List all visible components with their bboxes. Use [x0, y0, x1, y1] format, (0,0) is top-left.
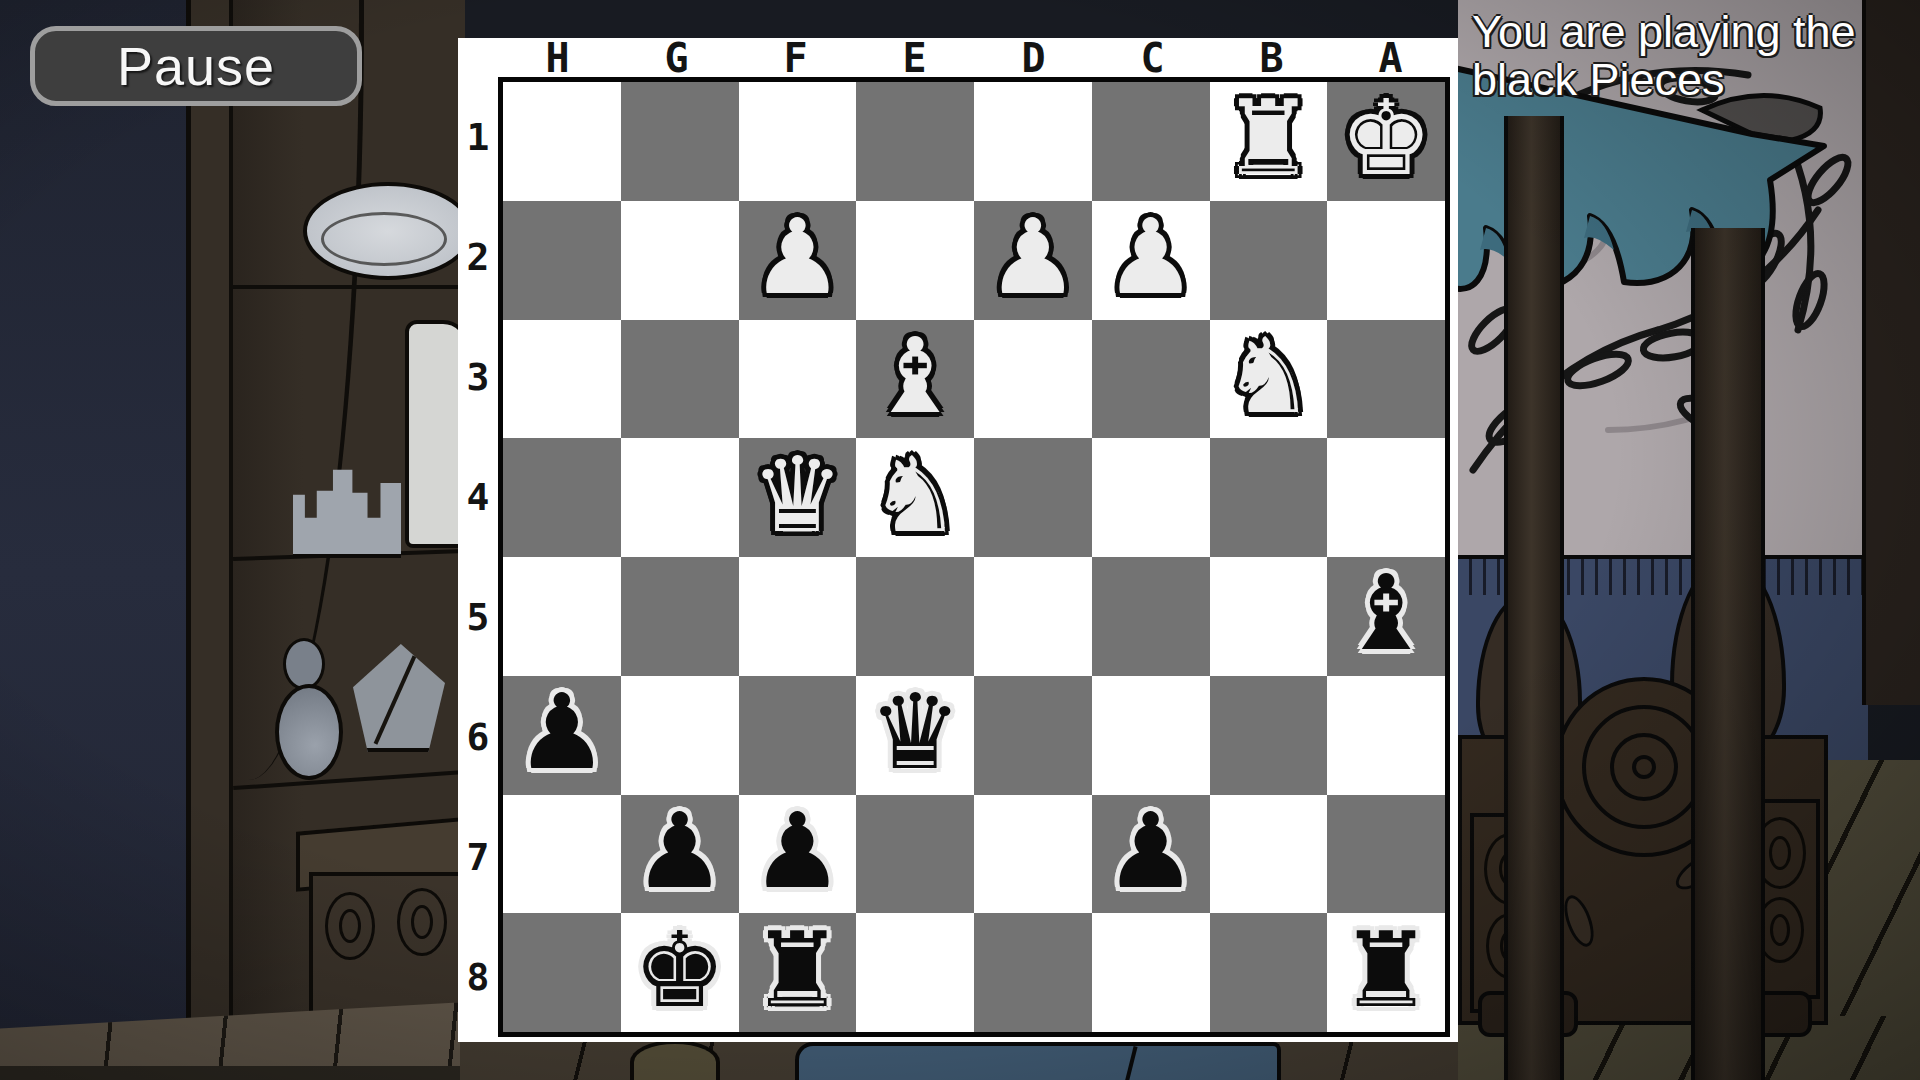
square-h1[interactable]	[503, 82, 621, 201]
rank-label-6: 6	[458, 677, 498, 797]
square-c5[interactable]	[1092, 557, 1210, 676]
square-d2[interactable]: ♟	[974, 201, 1092, 320]
black-rook-f8[interactable]: ♜	[751, 918, 844, 1022]
square-h2[interactable]	[503, 201, 621, 320]
square-f3[interactable]	[739, 320, 857, 439]
black-pawn-g7[interactable]: ♟	[633, 799, 726, 903]
square-d5[interactable]	[974, 557, 1092, 676]
sack	[630, 1040, 720, 1080]
white-queen-f4[interactable]: ♛	[751, 443, 844, 547]
plate	[303, 182, 473, 280]
large-sphere	[275, 684, 343, 780]
file-label-F: F	[736, 38, 855, 77]
board-grid: ♜♚♟♟♟♝♞♛♞♝♟♛♟♟♟♚♜♜	[498, 77, 1450, 1037]
square-d7[interactable]	[974, 795, 1092, 914]
square-e1[interactable]	[856, 82, 974, 201]
square-h3[interactable]	[503, 320, 621, 439]
square-g7[interactable]: ♟	[621, 795, 739, 914]
square-b2[interactable]	[1210, 201, 1328, 320]
white-pawn-d2[interactable]: ♟	[986, 205, 1079, 309]
side-message-line1: You are playing the	[1472, 8, 1920, 56]
black-pawn-c7[interactable]: ♟	[1104, 799, 1197, 903]
square-g8[interactable]: ♚	[621, 913, 739, 1032]
carved-oval-inner	[339, 909, 361, 943]
pause-button[interactable]: Pause	[30, 26, 362, 106]
square-d1[interactable]	[974, 82, 1092, 201]
square-f6[interactable]	[739, 676, 857, 795]
rank-label-4: 4	[458, 437, 498, 557]
file-label-G: G	[617, 38, 736, 77]
square-a4[interactable]	[1327, 438, 1445, 557]
white-rook-b1[interactable]: ♜	[1222, 86, 1315, 190]
chess-board: HGFEDCBA 12345678 ♜♚♟♟♟♝♞♛♞♝♟♛♟♟♟♚♜♜	[458, 38, 1458, 1042]
square-f5[interactable]	[739, 557, 857, 676]
carved-ring	[1632, 755, 1656, 779]
white-pawn-c2[interactable]: ♟	[1104, 205, 1197, 309]
square-e3[interactable]: ♝	[856, 320, 974, 439]
polyhedron-facet-line	[374, 655, 417, 744]
black-queen-e6[interactable]: ♛	[869, 680, 962, 784]
square-a3[interactable]	[1327, 320, 1445, 439]
square-g1[interactable]	[621, 82, 739, 201]
carved-oval	[397, 888, 447, 956]
square-e2[interactable]	[856, 201, 974, 320]
polyhedron-object	[353, 644, 445, 752]
square-e5[interactable]	[856, 557, 974, 676]
square-h7[interactable]	[503, 795, 621, 914]
file-label-C: C	[1093, 38, 1212, 77]
square-c2[interactable]: ♟	[1092, 201, 1210, 320]
square-f7[interactable]: ♟	[739, 795, 857, 914]
carved-petal	[1558, 892, 1599, 951]
square-a2[interactable]	[1327, 201, 1445, 320]
cabinet	[186, 0, 465, 1040]
square-f2[interactable]: ♟	[739, 201, 857, 320]
square-c8[interactable]	[1092, 913, 1210, 1032]
plate-rim	[321, 212, 447, 266]
rank-label-2: 2	[458, 197, 498, 317]
square-a8[interactable]: ♜	[1327, 913, 1445, 1032]
square-b5[interactable]	[1210, 557, 1328, 676]
file-label-D: D	[974, 38, 1093, 77]
square-b3[interactable]: ♞	[1210, 320, 1328, 439]
square-e7[interactable]	[856, 795, 974, 914]
square-b8[interactable]	[1210, 913, 1328, 1032]
side-table-front	[309, 872, 463, 1020]
square-d3[interactable]	[974, 320, 1092, 439]
white-pawn-f2[interactable]: ♟	[751, 205, 844, 309]
floor-below-board	[460, 1038, 1465, 1080]
white-bishop-e3[interactable]: ♝	[869, 324, 962, 428]
square-e6[interactable]: ♛	[856, 676, 974, 795]
square-c1[interactable]	[1092, 82, 1210, 201]
file-label-H: H	[498, 38, 617, 77]
file-labels: HGFEDCBA	[498, 38, 1450, 77]
square-a6[interactable]	[1327, 676, 1445, 795]
rank-labels: 12345678	[458, 77, 498, 1037]
bed-area	[1458, 0, 1920, 1080]
carved-oval-inner	[411, 905, 433, 939]
bedpost	[1504, 116, 1564, 1080]
square-b6[interactable]	[1210, 676, 1328, 795]
square-g4[interactable]	[621, 438, 739, 557]
white-knight-e4[interactable]: ♞	[869, 443, 962, 547]
square-a5[interactable]: ♝	[1327, 557, 1445, 676]
file-label-A: A	[1331, 38, 1450, 77]
side-message: You are playing the black Pieces	[1472, 8, 1920, 104]
carved-oval-inner	[1769, 836, 1791, 870]
rank-label-1: 1	[458, 77, 498, 197]
square-h4[interactable]	[503, 438, 621, 557]
white-knight-b3[interactable]: ♞	[1222, 324, 1315, 428]
square-g2[interactable]	[621, 201, 739, 320]
bedpost	[1691, 228, 1765, 1080]
small-sphere	[283, 638, 325, 690]
square-c6[interactable]	[1092, 676, 1210, 795]
rank-label-7: 7	[458, 797, 498, 917]
cabinet-frame-line	[229, 0, 233, 1040]
shelf	[233, 285, 465, 289]
game-screen: HGFEDCBA 12345678 ♜♚♟♟♟♝♞♛♞♝♟♛♟♟♟♚♜♜ Pau…	[0, 0, 1920, 1080]
black-rook-a8[interactable]: ♜	[1340, 918, 1433, 1022]
square-g6[interactable]	[621, 676, 739, 795]
square-f8[interactable]: ♜	[739, 913, 857, 1032]
rank-label-8: 8	[458, 917, 498, 1037]
square-b1[interactable]: ♜	[1210, 82, 1328, 201]
right-edge-shadow	[1862, 0, 1920, 705]
black-pawn-f7[interactable]: ♟	[751, 799, 844, 903]
square-c3[interactable]	[1092, 320, 1210, 439]
black-pawn-h6[interactable]: ♟	[515, 680, 608, 784]
square-e8[interactable]	[856, 913, 974, 1032]
floor-dark-band	[0, 1066, 466, 1080]
file-label-B: B	[1212, 38, 1331, 77]
square-c4[interactable]	[1092, 438, 1210, 557]
white-king-a1[interactable]: ♚	[1340, 86, 1433, 190]
side-message-line2: black Pieces	[1472, 56, 1920, 104]
square-c7[interactable]: ♟	[1092, 795, 1210, 914]
rank-label-3: 3	[458, 317, 498, 437]
square-e4[interactable]: ♞	[856, 438, 974, 557]
file-label-E: E	[855, 38, 974, 77]
square-f1[interactable]	[739, 82, 857, 201]
square-f4[interactable]: ♛	[739, 438, 857, 557]
black-bishop-a5[interactable]: ♝	[1340, 561, 1433, 665]
carved-oval-inner	[1770, 914, 1790, 946]
rank-label-5: 5	[458, 557, 498, 677]
square-a1[interactable]: ♚	[1327, 82, 1445, 201]
left-wall	[0, 0, 186, 1040]
square-a7[interactable]	[1327, 795, 1445, 914]
black-king-g8[interactable]: ♚	[633, 918, 726, 1022]
square-d6[interactable]	[974, 676, 1092, 795]
square-b4[interactable]	[1210, 438, 1328, 557]
square-h6[interactable]: ♟	[503, 676, 621, 795]
square-d4[interactable]	[974, 438, 1092, 557]
square-h5[interactable]	[503, 557, 621, 676]
square-b7[interactable]	[1210, 795, 1328, 914]
chest-seam	[1124, 1046, 1137, 1080]
square-g5[interactable]	[621, 557, 739, 676]
square-d8[interactable]	[974, 913, 1092, 1032]
blue-chest	[795, 1042, 1281, 1080]
square-g3[interactable]	[621, 320, 739, 439]
square-h8[interactable]	[503, 913, 621, 1032]
carved-oval	[325, 892, 375, 960]
